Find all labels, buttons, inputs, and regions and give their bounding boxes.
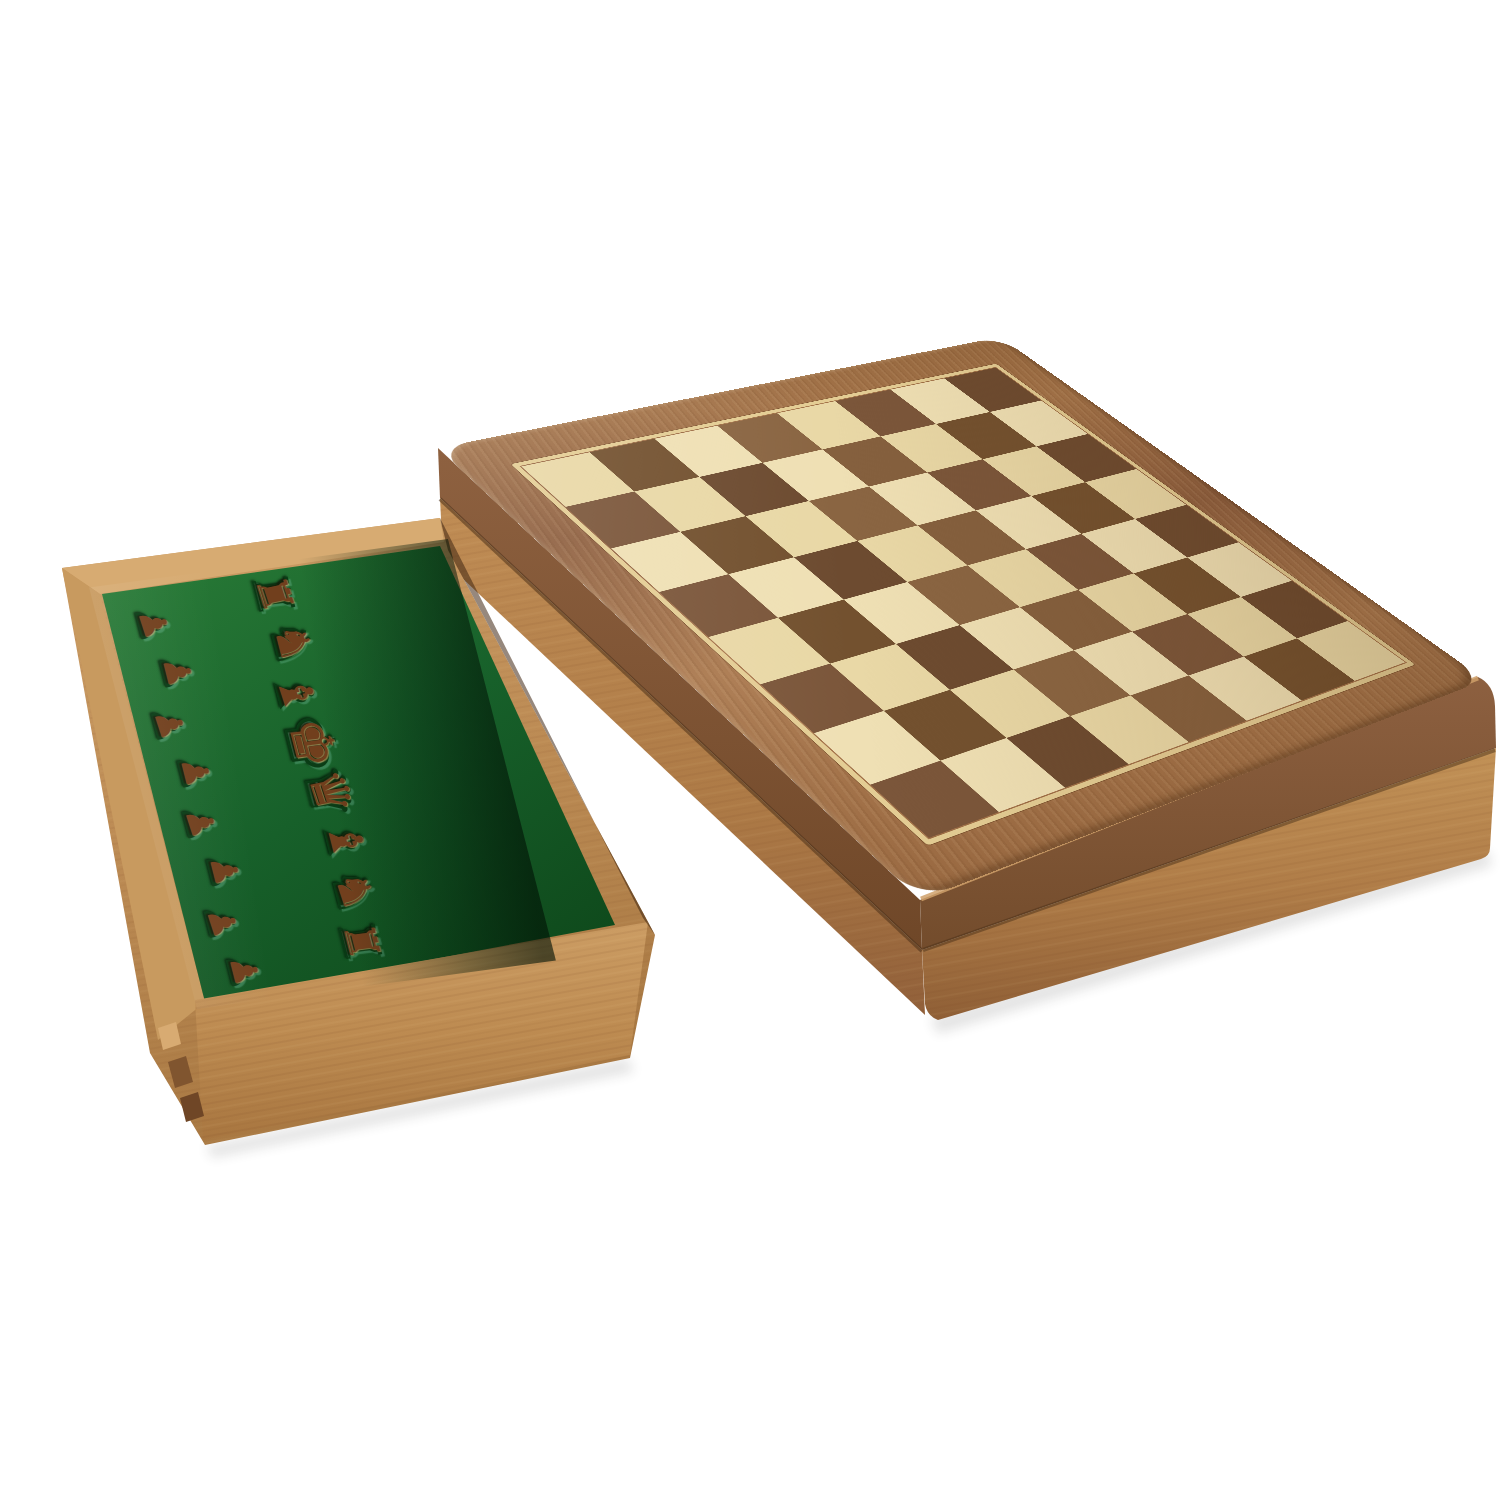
- pawn-piece-icon: ♟: [203, 853, 245, 888]
- knight-piece-icon: ♞: [267, 620, 321, 665]
- rook-piece-icon: ♜: [248, 571, 301, 617]
- chess-box-product-photo: ♟♟♟♟♟♟♟♟♟♟♟♟♟♟♟♟♜♜♞♞♝♝♚♚♛♛♝♝♞♞♜♜: [0, 0, 1500, 1500]
- pawn-piece-icon: ♟: [174, 755, 216, 790]
- pawn-piece-icon: ♟: [148, 706, 191, 743]
- rook-piece-icon: ♜: [336, 920, 387, 963]
- bishop-piece-icon: ♝: [319, 818, 373, 863]
- pawn-piece-icon: ♟: [156, 655, 198, 690]
- pawn-piece-icon: ♟: [223, 953, 265, 988]
- knight-piece-icon: ♞: [327, 867, 382, 915]
